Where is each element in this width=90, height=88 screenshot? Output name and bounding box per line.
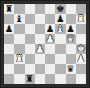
square-c7[interactable]: [25, 14, 35, 24]
square-g6[interactable]: ♟: [66, 24, 76, 34]
square-d6[interactable]: [35, 24, 45, 34]
square-f5[interactable]: [55, 34, 65, 44]
square-e7[interactable]: [45, 14, 55, 24]
square-f4[interactable]: [55, 44, 65, 54]
black-pawn-e6: ♟: [46, 24, 55, 33]
white-pawn-h3: ♟: [77, 54, 86, 63]
square-h3[interactable]: ♟: [76, 54, 86, 64]
square-d2[interactable]: [35, 64, 45, 74]
square-b4[interactable]: [14, 44, 24, 54]
square-h8[interactable]: [76, 4, 86, 14]
white-pawn-e5: ♟: [46, 34, 55, 43]
square-g5[interactable]: ♛: [66, 34, 76, 44]
square-d7[interactable]: [35, 14, 45, 24]
black-pawn-f7: ♟: [56, 14, 65, 23]
square-e3[interactable]: [45, 54, 55, 64]
square-g3[interactable]: [66, 54, 76, 64]
square-c8[interactable]: [25, 4, 35, 14]
square-f7[interactable]: ♟: [55, 14, 65, 24]
square-g7[interactable]: [66, 14, 76, 24]
square-b6[interactable]: [14, 24, 24, 34]
square-h4[interactable]: ♚: [76, 44, 86, 54]
square-f2[interactable]: [55, 64, 65, 74]
square-b5[interactable]: [14, 34, 24, 44]
square-a6[interactable]: ♟: [4, 24, 14, 34]
white-rook-b3: ♜: [15, 54, 24, 63]
black-pawn-a6: ♟: [5, 24, 14, 33]
chess-board-frame: ♜♚♝♟♜♟♟♝♟♟♛♟♚♜♟♛♜: [0, 0, 90, 88]
square-g4[interactable]: [66, 44, 76, 54]
square-e8[interactable]: [45, 4, 55, 14]
square-f8[interactable]: ♚: [55, 4, 65, 14]
square-c5[interactable]: [25, 34, 35, 44]
square-d1[interactable]: [35, 74, 45, 84]
square-b1[interactable]: [14, 74, 24, 84]
square-b2[interactable]: [14, 64, 24, 74]
square-b3[interactable]: ♜: [14, 54, 24, 64]
square-a5[interactable]: [4, 34, 14, 44]
square-e6[interactable]: ♟: [45, 24, 55, 34]
black-pawn-g6: ♟: [66, 24, 75, 33]
square-e1[interactable]: [45, 74, 55, 84]
square-f1[interactable]: [55, 74, 65, 84]
square-h2[interactable]: [76, 64, 86, 74]
chess-board: ♜♚♝♟♜♟♟♝♟♟♛♟♚♜♟♛♜: [4, 4, 86, 84]
square-d5[interactable]: [35, 34, 45, 44]
white-bishop-f6: ♝: [56, 24, 65, 33]
black-rook-a8: ♜: [5, 4, 14, 13]
square-c3[interactable]: [25, 54, 35, 64]
square-f6[interactable]: ♝: [55, 24, 65, 34]
square-c4[interactable]: [25, 44, 35, 54]
square-c1[interactable]: ♜: [25, 74, 35, 84]
square-h5[interactable]: [76, 34, 86, 44]
white-rook-h7: ♜: [77, 14, 86, 23]
square-h7[interactable]: ♜: [76, 14, 86, 24]
square-g8[interactable]: [66, 4, 76, 14]
square-b8[interactable]: [14, 4, 24, 14]
square-d4[interactable]: ♟: [35, 44, 45, 54]
square-a3[interactable]: [4, 54, 14, 64]
white-queen-g5: ♛: [66, 34, 75, 43]
square-e2[interactable]: [45, 64, 55, 74]
white-king-h4: ♚: [77, 44, 86, 53]
square-e5[interactable]: ♟: [45, 34, 55, 44]
square-a1[interactable]: [4, 74, 14, 84]
square-d8[interactable]: [35, 4, 45, 14]
square-d3[interactable]: [35, 54, 45, 64]
square-a7[interactable]: [4, 14, 14, 24]
square-g1[interactable]: [66, 74, 76, 84]
black-queen-g2: ♛: [66, 64, 75, 73]
square-a4[interactable]: [4, 44, 14, 54]
square-c6[interactable]: [25, 24, 35, 34]
square-g2[interactable]: ♛: [66, 64, 76, 74]
square-f3[interactable]: [55, 54, 65, 64]
square-a2[interactable]: [4, 64, 14, 74]
square-h6[interactable]: [76, 24, 86, 34]
black-rook-c1: ♜: [25, 74, 34, 83]
white-pawn-d4: ♟: [36, 44, 45, 53]
square-e4[interactable]: [45, 44, 55, 54]
square-a8[interactable]: ♜: [4, 4, 14, 14]
square-h1[interactable]: [76, 74, 86, 84]
black-king-f8: ♚: [56, 4, 65, 13]
square-c2[interactable]: [25, 64, 35, 74]
square-b7[interactable]: ♝: [14, 14, 24, 24]
black-bishop-b7: ♝: [15, 14, 24, 23]
